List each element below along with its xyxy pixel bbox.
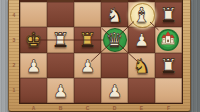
gold-knight-e2[interactable]: ♞ bbox=[128, 54, 155, 79]
square-a4[interactable] bbox=[20, 2, 47, 27]
file-label-d: D bbox=[111, 105, 119, 111]
rank-label-2: 2 bbox=[11, 62, 18, 68]
square-f3[interactable] bbox=[155, 27, 182, 52]
file-label-a: A bbox=[30, 105, 38, 111]
square-b2[interactable] bbox=[47, 53, 74, 78]
castling-hint-castle-icon[interactable] bbox=[156, 28, 180, 52]
rank-label-4: 4 bbox=[11, 12, 18, 18]
file-label-b: B bbox=[57, 105, 65, 111]
file-label-f: F bbox=[165, 105, 173, 111]
file-label-e: E bbox=[138, 105, 146, 111]
white-pawn-a2[interactable]: ♟ bbox=[20, 54, 47, 79]
square-f2[interactable]: ♜ bbox=[155, 53, 182, 78]
square-d1[interactable]: ♟ bbox=[101, 78, 128, 103]
white-pawn-c2[interactable]: ♟ bbox=[74, 54, 101, 79]
white-knight-d4[interactable]: ♞ bbox=[101, 3, 128, 28]
square-c4[interactable] bbox=[74, 2, 101, 27]
white-pawn-d1[interactable]: ♟ bbox=[101, 79, 128, 104]
file-label-c: C bbox=[84, 105, 92, 111]
square-d2[interactable] bbox=[101, 53, 128, 78]
white-rook-b3[interactable]: ♜ bbox=[47, 28, 74, 53]
square-f4[interactable]: ♜ bbox=[155, 2, 182, 27]
chess-app-screen: ♞♝♜♚♜♜♛♟ ♟♟♞♜♟♟ 4321 ABCDEF bbox=[0, 0, 200, 112]
square-b4[interactable] bbox=[47, 2, 74, 27]
square-c2[interactable]: ♟ bbox=[74, 53, 101, 78]
square-d4[interactable]: ♞ bbox=[101, 2, 128, 27]
square-a3[interactable]: ♚ bbox=[20, 27, 47, 52]
board-squares: ♞♝♜♚♜♜♛♟ ♟♟♞♜♟♟ bbox=[20, 2, 182, 103]
white-rook-f4[interactable]: ♜ bbox=[155, 3, 182, 28]
chess-board: ♞♝♜♚♜♜♛♟ ♟♟♞♜♟♟ bbox=[20, 0, 182, 103]
square-c1[interactable] bbox=[74, 78, 101, 103]
square-a2[interactable]: ♟ bbox=[20, 53, 47, 78]
gold-king-a3[interactable]: ♚ bbox=[20, 28, 47, 53]
white-pawn-b1[interactable]: ♟ bbox=[47, 79, 74, 104]
square-e3[interactable]: ♟ bbox=[128, 27, 155, 52]
square-e4[interactable]: ♝ bbox=[128, 2, 155, 27]
white-bishop-e4[interactable]: ♝ bbox=[128, 3, 155, 28]
square-f1[interactable] bbox=[155, 78, 182, 103]
square-e2[interactable]: ♞ bbox=[128, 53, 155, 78]
rank-label-3: 3 bbox=[11, 37, 18, 43]
rank-label-1: 1 bbox=[11, 87, 18, 93]
square-e1[interactable] bbox=[128, 78, 155, 103]
white-pawn-e3[interactable]: ♟ bbox=[128, 28, 155, 53]
square-d3[interactable]: ♛ bbox=[101, 27, 128, 52]
white-queen-d3[interactable]: ♛ bbox=[101, 28, 128, 53]
square-b1[interactable]: ♟ bbox=[47, 78, 74, 103]
white-rook-f2[interactable]: ♜ bbox=[155, 54, 182, 79]
square-a1[interactable] bbox=[20, 78, 47, 103]
gold-rook-c3[interactable]: ♜ bbox=[74, 28, 101, 53]
square-c3[interactable]: ♜ bbox=[74, 27, 101, 52]
square-b3[interactable]: ♜ bbox=[47, 27, 74, 52]
